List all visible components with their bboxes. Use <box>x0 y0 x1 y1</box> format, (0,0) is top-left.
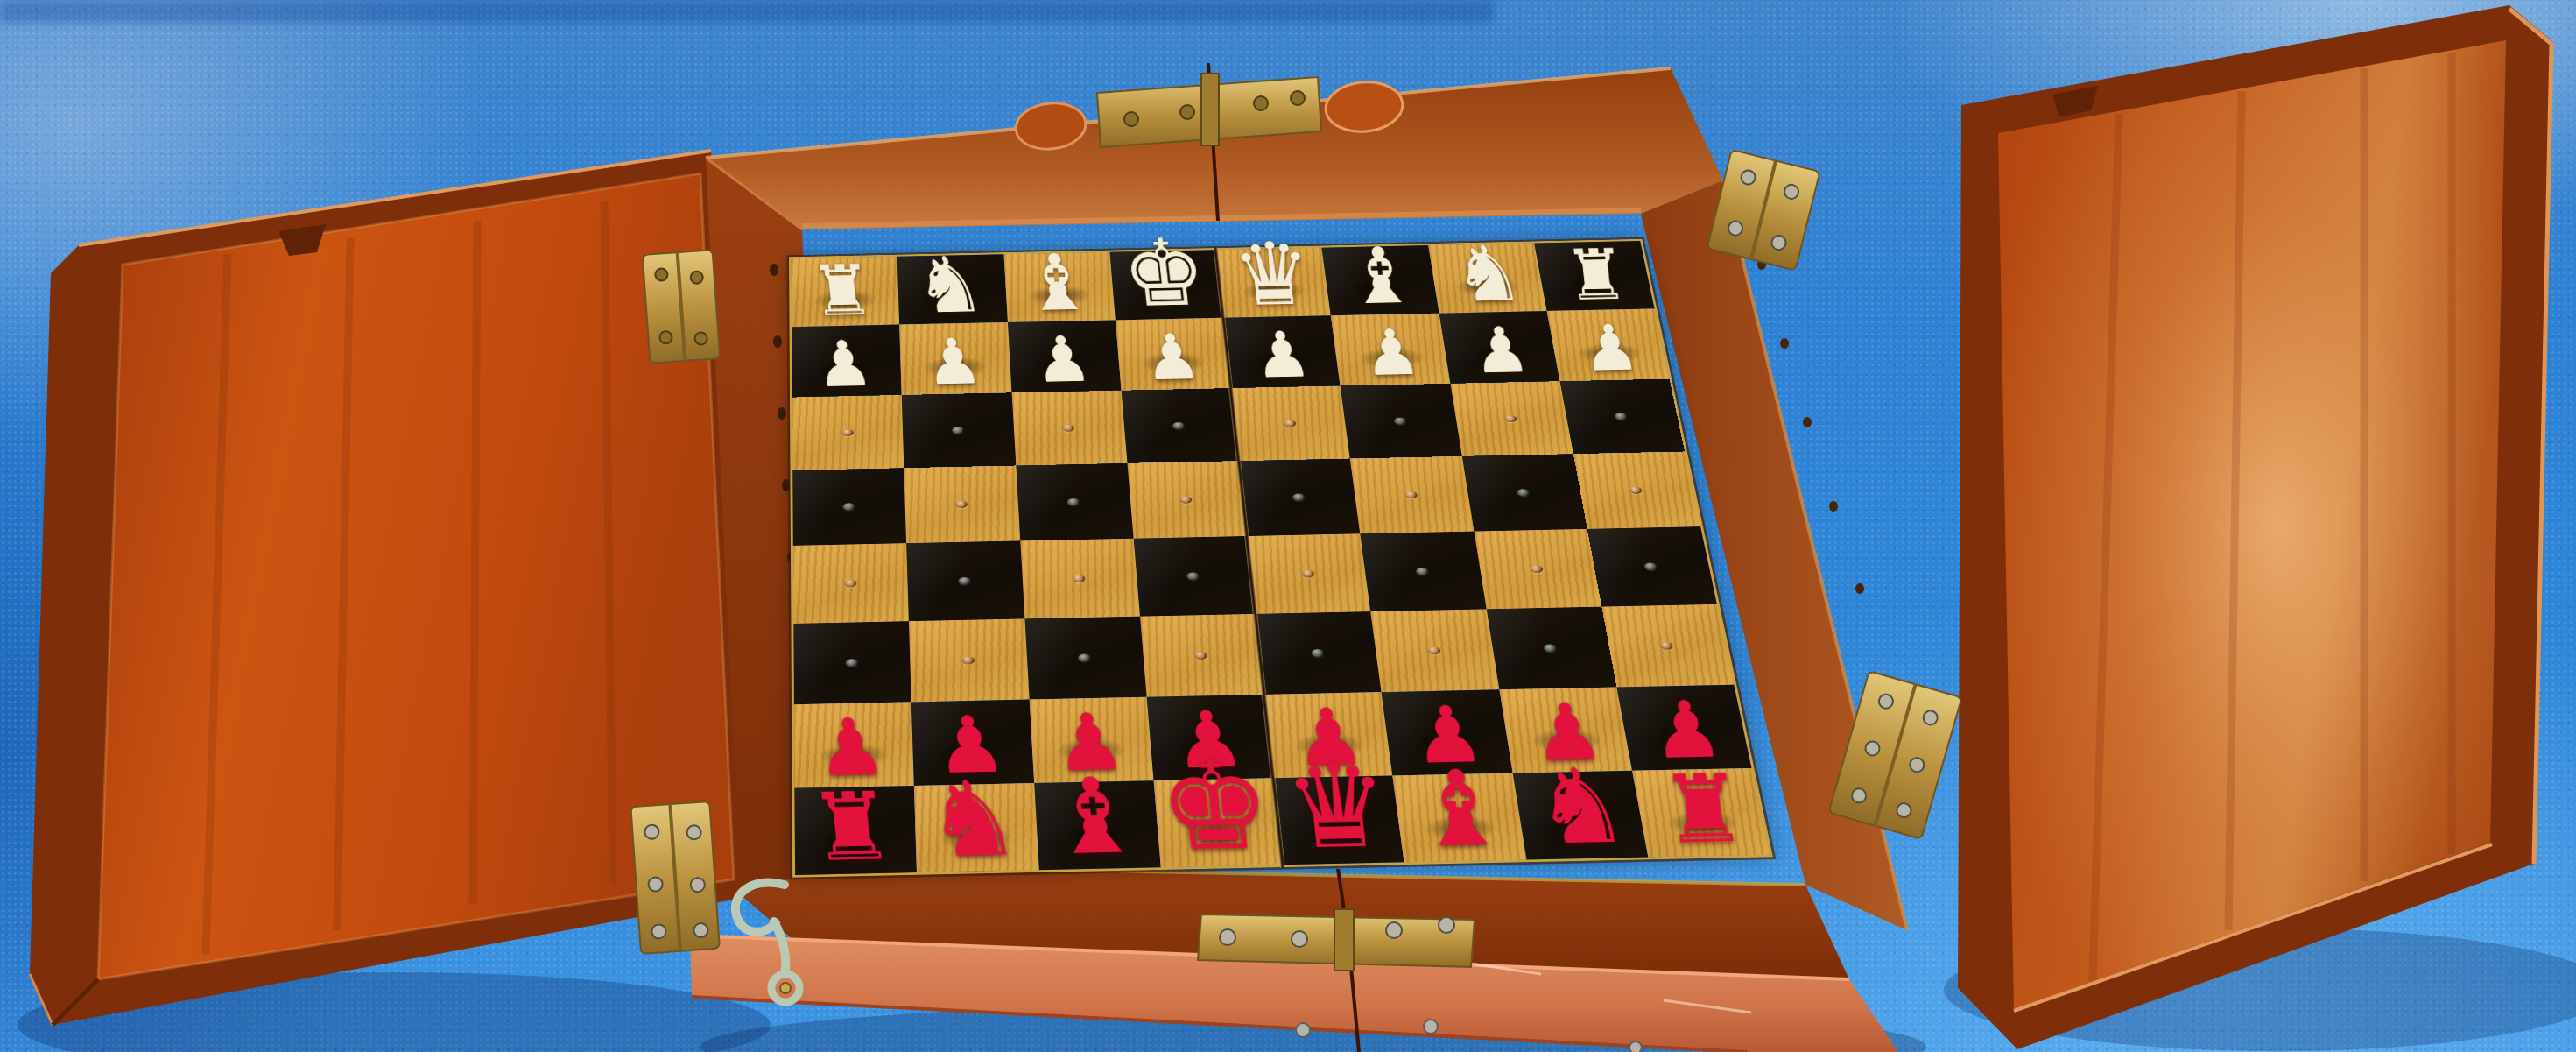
piece-white-queen: ♛ <box>1229 234 1316 315</box>
square-h8: ♜ <box>794 786 917 875</box>
square-f6 <box>1024 617 1146 700</box>
piece-red-rook: ♜ <box>1657 766 1749 853</box>
square-a6 <box>1601 604 1734 688</box>
piece-white-pawn: ♟ <box>1141 328 1204 386</box>
square-b5 <box>1474 529 1601 610</box>
peg-hole <box>1504 415 1517 422</box>
piece-red-king: ♚ <box>1154 748 1277 864</box>
square-g4 <box>904 465 1020 543</box>
piece-red-bishop: ♝ <box>1043 768 1146 865</box>
peg-hole <box>955 500 968 508</box>
peg-hole <box>1311 649 1324 657</box>
square-g1: ♞ <box>897 254 1008 324</box>
piece-red-queen: ♛ <box>1279 752 1395 861</box>
square-b6 <box>1486 607 1616 690</box>
square-h1: ♜ <box>792 257 900 327</box>
square-b1: ♞ <box>1428 244 1547 314</box>
square-e5 <box>1133 536 1255 617</box>
square-a2: ♟ <box>1546 309 1669 382</box>
square-e2: ♟ <box>1116 318 1231 391</box>
chessboard: ♜♞♝♚♛♝♞♜♟♟♟♟♟♟♟♟♟♟♟♟♟♟♟♟♜♞♝♚♛♝♞♜ <box>789 239 1773 878</box>
peg-hole <box>1284 420 1297 427</box>
right-lid-panel <box>1958 5 2553 1049</box>
square-f8: ♝ <box>1034 780 1161 870</box>
piece-white-bishop: ♝ <box>1018 247 1095 320</box>
square-f3 <box>1011 391 1127 466</box>
peg-hole <box>844 580 856 588</box>
piece-white-knight: ♞ <box>1450 237 1527 310</box>
square-d2: ♟ <box>1223 315 1341 388</box>
square-c8: ♝ <box>1393 773 1526 863</box>
square-h5 <box>793 543 909 624</box>
square-c3 <box>1341 384 1461 459</box>
piece-red-knight: ♞ <box>1530 759 1633 856</box>
chessboard-wrap: ♜♞♝♚♛♝♞♜♟♟♟♟♟♟♟♟♟♟♟♟♟♟♟♟♜♞♝♚♛♝♞♜ <box>707 68 1773 878</box>
peg-hole <box>841 429 854 436</box>
square-a8: ♜ <box>1632 768 1770 858</box>
square-e6 <box>1140 614 1264 697</box>
peg-hole <box>1544 644 1558 652</box>
square-a5 <box>1587 526 1717 606</box>
piece-white-pawn: ♟ <box>1361 323 1424 382</box>
piece-red-rook: ♜ <box>805 783 897 871</box>
peg-hole <box>958 577 970 585</box>
square-e8: ♚ <box>1153 778 1282 867</box>
piece-red-bishop: ♝ <box>1408 761 1511 858</box>
photo-travel-chess-set: ♜♞♝♚♛♝♞♜♟♟♟♟♟♟♟♟♟♟♟♟♟♟♟♟♜♞♝♚♛♝♞♜ <box>0 0 2576 1052</box>
square-f4 <box>1016 463 1133 541</box>
square-d4 <box>1239 458 1361 536</box>
peg-hole <box>1427 646 1441 654</box>
peg-hole <box>1187 572 1200 580</box>
square-h2: ♟ <box>792 325 902 398</box>
square-c5 <box>1360 532 1486 612</box>
square-c2: ♟ <box>1331 314 1450 386</box>
square-c1: ♝ <box>1322 245 1439 315</box>
square-h6 <box>793 621 911 704</box>
square-h4 <box>792 468 906 546</box>
peg-hole <box>1179 496 1193 504</box>
square-c4 <box>1350 456 1474 533</box>
square-g8: ♞ <box>914 783 1038 872</box>
square-f1: ♝ <box>1003 252 1116 322</box>
piece-white-pawn: ♟ <box>1580 319 1643 378</box>
peg-hole <box>961 656 975 664</box>
square-h3 <box>792 395 904 470</box>
peg-hole <box>842 503 855 511</box>
peg-hole <box>1067 498 1080 506</box>
square-e4 <box>1127 461 1247 539</box>
square-f2: ♟ <box>1008 320 1122 392</box>
peg-hole <box>1078 653 1091 661</box>
piece-white-bishop: ♝ <box>1342 240 1419 313</box>
brass-hinge-right-upper <box>1707 150 1820 271</box>
square-c6 <box>1370 609 1499 692</box>
square-g2: ♟ <box>899 322 1011 395</box>
peg-hole <box>1644 562 1658 570</box>
square-b4 <box>1461 454 1587 531</box>
square-a4 <box>1573 451 1700 528</box>
peg-hole <box>845 659 857 667</box>
peg-hole <box>1615 413 1628 420</box>
square-e1: ♚ <box>1109 250 1223 320</box>
brass-hinge-left-lower <box>630 801 719 954</box>
brass-hinge-bottom-center <box>1198 909 1475 971</box>
piece-white-king: ♚ <box>1118 230 1210 317</box>
piece-white-pawn: ♟ <box>813 335 876 393</box>
peg-hole <box>1301 570 1314 578</box>
peg-hole <box>1660 642 1674 650</box>
piece-white-rook: ♜ <box>1562 243 1631 308</box>
peg-hole <box>1517 489 1530 497</box>
brass-hinge-left-upper <box>643 250 720 363</box>
square-a3 <box>1559 379 1685 454</box>
square-d3 <box>1231 386 1350 462</box>
square-d5 <box>1247 533 1370 614</box>
peg-hole <box>1530 565 1544 573</box>
square-g5 <box>906 540 1024 621</box>
peg-hole <box>1073 575 1086 582</box>
square-g3 <box>902 392 1016 468</box>
peg-hole <box>1629 486 1643 494</box>
peg-hole <box>1394 417 1407 424</box>
piece-red-knight: ♞ <box>921 771 1024 868</box>
square-d6 <box>1256 611 1382 695</box>
piece-white-pawn: ♟ <box>922 333 985 392</box>
square-b8: ♞ <box>1512 771 1648 860</box>
peg-hole <box>1062 424 1074 431</box>
piece-white-pawn: ♟ <box>1470 321 1533 380</box>
piece-white-pawn: ♟ <box>1250 326 1313 385</box>
piece-white-rook: ♜ <box>807 258 876 324</box>
square-e3 <box>1121 388 1238 463</box>
square-g6 <box>909 618 1029 702</box>
peg-hole <box>1194 652 1207 660</box>
square-b3 <box>1450 381 1573 456</box>
square-d8: ♛ <box>1273 775 1404 865</box>
peg-hole <box>1416 568 1429 575</box>
piece-white-pawn: ♟ <box>1031 330 1094 389</box>
square-a1: ♜ <box>1534 241 1655 311</box>
piece-white-knight: ♞ <box>911 249 988 321</box>
peg-hole <box>1172 422 1185 429</box>
peg-hole <box>1404 491 1418 499</box>
peg-hole <box>952 427 964 434</box>
peg-hole <box>1292 493 1306 501</box>
square-f5 <box>1020 539 1140 619</box>
square-b2: ♟ <box>1439 311 1559 384</box>
square-d1: ♛ <box>1215 248 1331 318</box>
